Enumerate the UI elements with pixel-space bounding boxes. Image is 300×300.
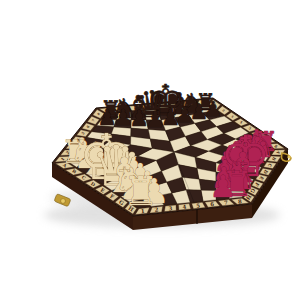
piece-white-R[interactable]: ♜ xyxy=(123,168,159,214)
three-player-chess-board: ABCDEFGH12345678ABCDEFGH12345678ABCDEFGH… xyxy=(0,0,300,300)
piece-red-P[interactable]: ♟ xyxy=(209,169,236,204)
piece-black-P[interactable]: ♟ xyxy=(145,106,165,132)
product-photo: ABCDEFGH12345678ABCDEFGH12345678ABCDEFGH… xyxy=(0,0,300,300)
